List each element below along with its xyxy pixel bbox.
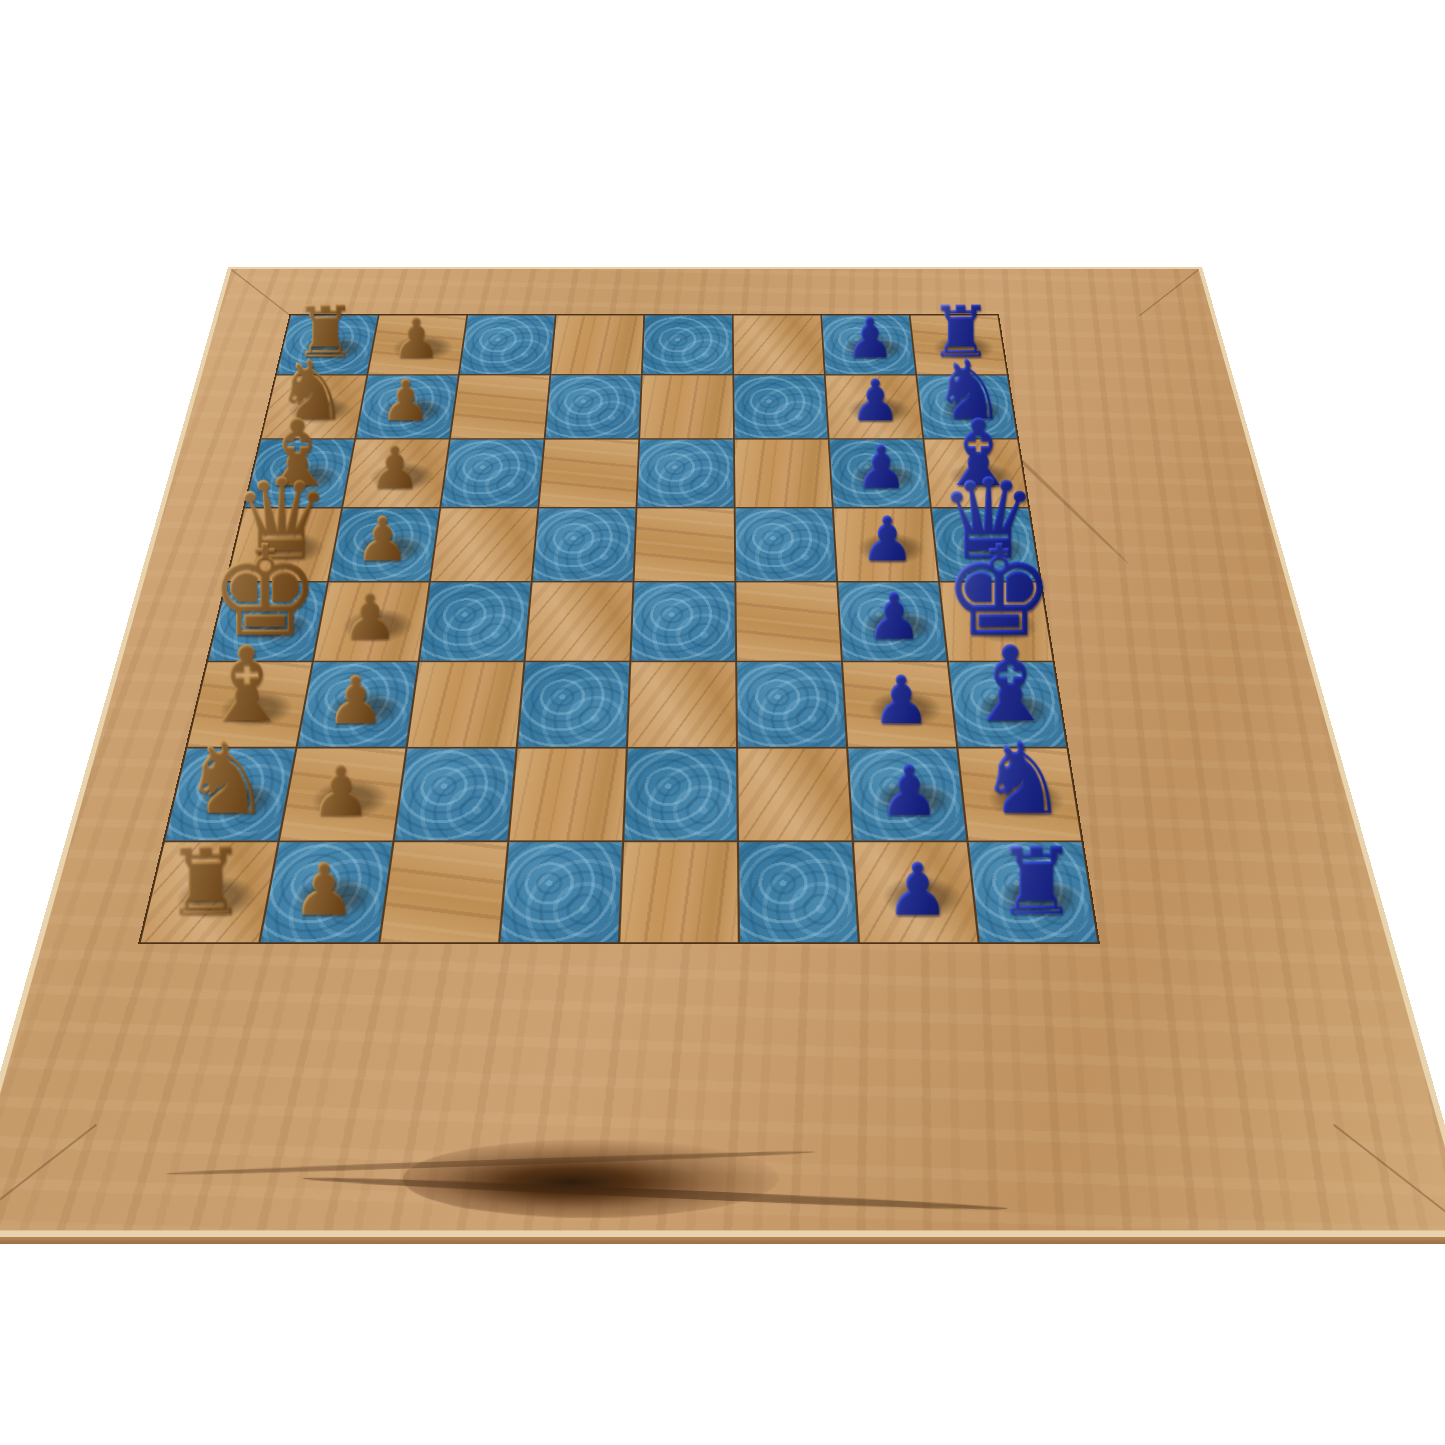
square-h6[interactable]: [739, 842, 858, 942]
piece-white-pawn-b2[interactable]: ♟: [379, 377, 430, 424]
square-b3[interactable]: [451, 375, 550, 438]
square-f4[interactable]: [518, 662, 629, 747]
square-g5[interactable]: [624, 749, 737, 841]
piece-white-pawn-g2[interactable]: ♟: [309, 763, 371, 820]
square-g2[interactable]: ♟: [280, 749, 405, 841]
piece-black-pawn-h7[interactable]: ♟: [884, 860, 949, 919]
square-c2[interactable]: ♟: [343, 440, 449, 507]
piece-white-pawn-e2[interactable]: ♟: [340, 591, 397, 643]
square-e4[interactable]: [526, 582, 633, 660]
piece-black-knight-g8[interactable]: ♞: [977, 738, 1066, 820]
square-d5[interactable]: [635, 508, 735, 581]
square-g4[interactable]: [510, 749, 626, 841]
chess-board: ♜♟♟♜♞♟♟♞♝♟♟♝♛♟♟♛♚♟♟♚♝♟♟♝♞♟♟♞♜♟♟♜: [0, 267, 1445, 1237]
square-h7[interactable]: ♟: [854, 842, 978, 942]
square-d6[interactable]: [736, 508, 837, 581]
square-c4[interactable]: [539, 440, 638, 507]
square-c3[interactable]: [441, 440, 543, 507]
square-a5[interactable]: [643, 315, 733, 374]
wood-grain-streak: [302, 1174, 1008, 1213]
wood-knot: [398, 1140, 780, 1218]
piece-white-knight-g1[interactable]: ♞: [181, 738, 270, 820]
square-h1[interactable]: ♜: [141, 842, 278, 942]
board-grid: ♜♟♟♜♞♟♟♞♝♟♟♝♛♟♟♛♚♟♟♚♝♟♟♝♞♟♟♞♜♟♟♜: [138, 314, 1100, 944]
square-a4[interactable]: [551, 315, 643, 374]
piece-white-bishop-f1[interactable]: ♝: [199, 642, 292, 727]
square-h8[interactable]: ♜: [969, 842, 1098, 942]
piece-white-pawn-h2[interactable]: ♟: [291, 860, 356, 919]
board-front-edge: [0, 1230, 1445, 1244]
frame-miter-seam: [1333, 1124, 1445, 1230]
square-f6[interactable]: [737, 662, 846, 747]
square-e5[interactable]: [631, 582, 735, 660]
frame-miter-seam: [231, 269, 292, 316]
piece-black-pawn-b7[interactable]: ♟: [849, 377, 900, 424]
square-e7[interactable]: ♟: [838, 582, 947, 660]
square-d2[interactable]: ♟: [329, 508, 439, 581]
square-b6[interactable]: [734, 375, 828, 438]
square-c5[interactable]: [637, 440, 733, 507]
piece-black-pawn-g7[interactable]: ♟: [877, 763, 939, 820]
square-f5[interactable]: [628, 662, 736, 747]
square-a2[interactable]: ♟: [368, 315, 466, 374]
square-b7[interactable]: ♟: [826, 375, 923, 438]
piece-white-pawn-a2[interactable]: ♟: [391, 316, 441, 361]
square-f3[interactable]: [408, 662, 524, 747]
piece-black-bishop-f8[interactable]: ♝: [963, 642, 1056, 727]
square-a7[interactable]: ♟: [822, 315, 915, 374]
square-h5[interactable]: [620, 842, 738, 942]
piece-black-pawn-e7[interactable]: ♟: [865, 591, 922, 643]
square-b2[interactable]: ♟: [356, 375, 458, 438]
piece-white-rook-h1[interactable]: ♜: [163, 843, 246, 919]
square-g7[interactable]: ♟: [848, 749, 966, 841]
piece-black-pawn-f7[interactable]: ♟: [871, 673, 931, 728]
piece-white-pawn-f2[interactable]: ♟: [325, 673, 385, 728]
frame-miter-seam: [1139, 269, 1200, 316]
square-g6[interactable]: [738, 749, 852, 841]
square-a3[interactable]: [460, 315, 555, 374]
square-c7[interactable]: ♟: [830, 440, 930, 507]
square-b5[interactable]: [640, 375, 733, 438]
photo-canvas: ♜♟♟♜♞♟♟♞♝♟♟♝♛♟♟♛♚♟♟♚♝♟♟♝♞♟♟♞♜♟♟♜: [0, 0, 1445, 1445]
wood-grain-streak: [165, 1149, 816, 1177]
piece-white-pawn-c2[interactable]: ♟: [367, 443, 420, 492]
square-b4[interactable]: [546, 375, 641, 438]
square-d3[interactable]: [431, 508, 537, 581]
square-a6[interactable]: [734, 315, 824, 374]
piece-white-pawn-d2[interactable]: ♟: [354, 514, 409, 564]
piece-black-pawn-c7[interactable]: ♟: [854, 443, 907, 492]
square-e6[interactable]: [736, 582, 841, 660]
square-e2[interactable]: ♟: [314, 582, 429, 660]
square-f2[interactable]: ♟: [298, 662, 418, 747]
square-h2[interactable]: ♟: [261, 842, 393, 942]
square-c6[interactable]: [735, 440, 832, 507]
square-e3[interactable]: [420, 582, 531, 660]
square-h4[interactable]: [500, 842, 622, 942]
square-h3[interactable]: [381, 842, 508, 942]
square-f7[interactable]: ♟: [843, 662, 956, 747]
frame-miter-seam: [0, 1124, 97, 1230]
square-d7[interactable]: ♟: [834, 508, 938, 581]
piece-black-pawn-d7[interactable]: ♟: [859, 514, 914, 564]
square-g3[interactable]: [395, 749, 516, 841]
square-d4[interactable]: [533, 508, 636, 581]
piece-black-rook-h8[interactable]: ♜: [994, 843, 1077, 919]
piece-black-pawn-a7[interactable]: ♟: [845, 316, 895, 361]
